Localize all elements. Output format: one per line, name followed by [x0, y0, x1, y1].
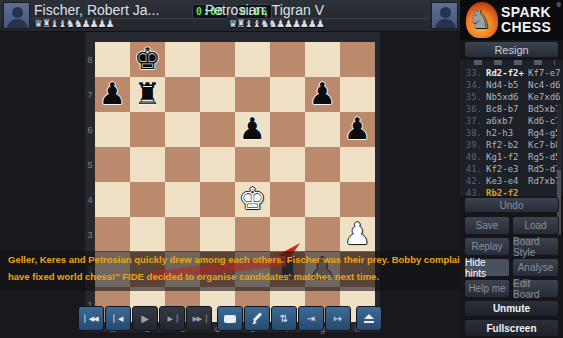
black-captured-tray: ♛♜♝♝♞♞♟♟♟♟♟♟: [228, 18, 324, 29]
rank-label-3: 3: [86, 230, 94, 240]
square-d7[interactable]: [200, 77, 235, 112]
skip-start-button[interactable]: ▏◀◀: [78, 306, 104, 331]
move-number: 33.: [460, 67, 482, 79]
square-d8[interactable]: [200, 42, 235, 77]
square-h8[interactable]: [340, 42, 375, 77]
move-number: 41.: [460, 163, 482, 175]
piece-black-pawn[interactable]: ♟: [235, 112, 270, 147]
move-row[interactable]: 37.a6xb7Kd6-c7: [460, 115, 563, 127]
rank-label-4: 4: [86, 195, 94, 205]
white-move[interactable]: Nb5xd6: [482, 91, 528, 103]
step-forward-button[interactable]: ▶▕: [159, 306, 185, 331]
square-f8[interactable]: [270, 42, 305, 77]
move-row[interactable]: 36.Bc8-b7Bd5xb7: [460, 103, 563, 115]
square-g3[interactable]: [305, 217, 340, 252]
black-move[interactable]: Kf7-e7: [528, 67, 563, 79]
piece-black-rook[interactable]: ♜: [130, 77, 165, 112]
edit-board-button[interactable]: Edit Board: [512, 279, 559, 298]
black-avatar: [431, 2, 458, 29]
square-h4[interactable]: [340, 182, 375, 217]
square-a8[interactable]: [95, 42, 130, 77]
square-b5[interactable]: [130, 147, 165, 182]
skip-end-icon: ▶▶▕: [192, 315, 205, 323]
square-c5[interactable]: [165, 147, 200, 182]
pencil-button[interactable]: [244, 306, 270, 331]
logo-text: SPARK CHESS: [501, 5, 551, 35]
hide-hints-button[interactable]: Hide hints: [464, 258, 510, 277]
move-number: 36.: [460, 103, 482, 115]
move-row[interactable]: 41.Kf2-e3Rd5-d7: [460, 163, 563, 175]
black-move[interactable]: Ke7xd6: [528, 91, 563, 103]
square-f7[interactable]: [270, 77, 305, 112]
play-button[interactable]: ▶: [132, 306, 158, 331]
piece-black-king[interactable]: ♚: [130, 42, 165, 77]
step-back-icon: ▏◀: [114, 315, 123, 323]
sign-in-button[interactable]: ⇥: [298, 306, 324, 331]
move-row[interactable]: 40.Kg1-f2Rg5-d5: [460, 151, 563, 163]
analyse-button[interactable]: Analyse: [512, 258, 559, 277]
help-me-button[interactable]: Help me: [464, 279, 510, 298]
caption-line1: Geller, Keres and Petrosian quickly drew…: [0, 251, 460, 268]
square-a3[interactable]: [95, 217, 130, 252]
eject-button[interactable]: [356, 306, 382, 331]
move-number: 39.: [460, 139, 482, 151]
move-row[interactable]: 43.Rb2-f2: [460, 187, 563, 196]
square-c3[interactable]: [165, 217, 200, 252]
move-number: 35.: [460, 91, 482, 103]
sign-out-button[interactable]: ↦: [325, 306, 351, 331]
white-move[interactable]: Nd4-b5: [482, 79, 528, 91]
black-player-name: Petrosian, Tigran V: [205, 2, 324, 18]
flip-board-button[interactable]: ⇅: [271, 306, 297, 331]
square-d5[interactable]: [200, 147, 235, 182]
white-move[interactable]: Kf2-e3: [482, 163, 528, 175]
piece-black-pawn[interactable]: ♟: [340, 112, 375, 147]
black-move[interactable]: Nc4-d6: [528, 79, 563, 91]
white-move[interactable]: Kg1-f2: [482, 151, 528, 163]
resign-button[interactable]: Resign: [464, 41, 559, 58]
square-e4[interactable]: ♚: [235, 182, 270, 217]
square-d6[interactable]: [200, 112, 235, 147]
step-back-button[interactable]: ▏◀: [105, 306, 131, 331]
move-number: 38.: [460, 127, 482, 139]
move-row[interactable]: 33.Rd2-f2+Kf7-e7: [460, 67, 563, 79]
square-f4[interactable]: [270, 182, 305, 217]
square-c7[interactable]: [165, 77, 200, 112]
rank-label-6: 6: [86, 125, 94, 135]
eject-icon: [364, 314, 374, 323]
unmute-button[interactable]: Unmute: [464, 300, 559, 317]
piece-black-pawn[interactable]: ♟: [95, 77, 130, 112]
square-h3[interactable]: ♟: [340, 217, 375, 252]
piece-black-pawn[interactable]: ♟: [305, 77, 340, 112]
square-e8[interactable]: [235, 42, 270, 77]
white-avatar: [3, 2, 30, 29]
square-b7[interactable]: ♜: [130, 77, 165, 112]
square-f5[interactable]: [270, 147, 305, 182]
chat-icon: [224, 315, 236, 323]
white-move[interactable]: Rf2-b2: [482, 139, 528, 151]
move-row[interactable]: 42.Ke3-e4Rd7xb7: [460, 175, 563, 187]
sign-out-icon: ↦: [334, 313, 342, 324]
piece-white-pawn[interactable]: ♟: [340, 217, 375, 252]
move-number: 40.: [460, 151, 482, 163]
move-number: 34.: [460, 79, 482, 91]
knight-logo-icon: ♞: [468, 6, 491, 32]
square-c4[interactable]: [165, 182, 200, 217]
square-b6[interactable]: [130, 112, 165, 147]
rank-label-5: 5: [86, 160, 94, 170]
move-list: 33.Rd2-f2+Kf7-e734.Nd4-b5Nc4-d635.Nb5xd6…: [460, 60, 563, 196]
move-row[interactable]: 35.Nb5xd6Ke7xd6: [460, 91, 563, 103]
square-b3[interactable]: [130, 217, 165, 252]
rank-label-7: 7: [86, 90, 94, 100]
move-number: 43.: [460, 187, 482, 196]
square-g6[interactable]: [305, 112, 340, 147]
square-e6[interactable]: ♟: [235, 112, 270, 147]
piece-white-king[interactable]: ♚: [235, 182, 270, 217]
move-row[interactable]: 34.Nd4-b5Nc4-d6: [460, 79, 563, 91]
square-d3[interactable]: [200, 217, 235, 252]
white-move[interactable]: Bc8-b7: [482, 103, 528, 115]
sparkchess-app: Fischer, Robert Ja... 0:00 ♛♜♝♝♞♞♟♟♟♟ 0:…: [0, 0, 563, 338]
square-h7[interactable]: [340, 77, 375, 112]
move-row[interactable]: 38.h2-h3Rg4-g5: [460, 127, 563, 139]
flip-board-icon: ⇅: [280, 313, 288, 324]
square-b8[interactable]: ♚: [130, 42, 165, 77]
square-a4[interactable]: [95, 182, 130, 217]
square-e7[interactable]: [235, 77, 270, 112]
move-row[interactable]: 39.Rf2-b2Kc7-b8: [460, 139, 563, 151]
white-move[interactable]: h2-h3: [482, 127, 528, 139]
white-move[interactable]: Rd2-f2+: [482, 67, 528, 79]
square-a6[interactable]: [95, 112, 130, 147]
square-a5[interactable]: [95, 147, 130, 182]
registered-mark: ®: [557, 2, 561, 8]
move-list-clipped-row: [468, 60, 555, 65]
white-captured-tray: ♛♜♝♝♞♞♟♟♟♟: [34, 18, 114, 29]
sign-in-icon: ⇥: [307, 313, 315, 324]
skip-end-button[interactable]: ▶▶▕: [186, 306, 212, 331]
square-e3[interactable]: [235, 217, 270, 252]
square-a7[interactable]: ♟: [95, 77, 130, 112]
pencil-icon: [251, 313, 263, 325]
square-g8[interactable]: [305, 42, 340, 77]
white-move[interactable]: a6xb7: [482, 115, 528, 127]
undo-button[interactable]: Undo: [464, 197, 559, 213]
sparkchess-logo: ♞ SPARK CHESS ®: [460, 0, 563, 40]
logo-line1: SPARK: [501, 5, 551, 20]
load-button[interactable]: Load: [512, 216, 559, 235]
caption-line2: have fixed world chess!" FIDE decided to…: [0, 268, 460, 285]
logo-line2: CHESS: [501, 20, 551, 35]
step-forward-icon: ▶▕: [168, 315, 177, 323]
square-h6[interactable]: ♟: [340, 112, 375, 147]
board-style-button[interactable]: Board Style: [512, 237, 559, 256]
fullscreen-button[interactable]: Fullscreen: [464, 319, 559, 337]
move-number: 37.: [460, 115, 482, 127]
skip-start-icon: ▏◀◀: [84, 315, 97, 323]
square-b4[interactable]: [130, 182, 165, 217]
move-number: 42.: [460, 175, 482, 187]
caption-overlay: Geller, Keres and Petrosian quickly drew…: [0, 251, 460, 291]
white-player-name: Fischer, Robert Ja...: [34, 2, 159, 18]
replay-button[interactable]: Replay: [464, 237, 510, 256]
square-e5[interactable]: [235, 147, 270, 182]
square-f6[interactable]: [270, 112, 305, 147]
player-bar: Fischer, Robert Ja... 0:00 ♛♜♝♝♞♞♟♟♟♟ 0:…: [0, 0, 460, 32]
rank-label-8: 8: [86, 55, 94, 65]
playback-toolbar: ▏◀◀▏◀▶▶▕▶▶▕⇅⇥↦: [78, 306, 383, 331]
white-move[interactable]: Ke3-e4: [482, 175, 528, 187]
square-g4[interactable]: [305, 182, 340, 217]
square-g7[interactable]: ♟: [305, 77, 340, 112]
sidebar: Resign 33.Rd2-f2+Kf7-e734.Nd4-b5Nc4-d635…: [460, 40, 563, 338]
square-d4[interactable]: [200, 182, 235, 217]
save-button[interactable]: Save: [464, 216, 510, 235]
square-g5[interactable]: [305, 147, 340, 182]
chat-button[interactable]: [217, 306, 243, 331]
square-c6[interactable]: [165, 112, 200, 147]
play-icon: ▶: [141, 313, 149, 324]
white-move[interactable]: Rb2-f2: [482, 187, 528, 196]
square-c8[interactable]: [165, 42, 200, 77]
square-h5[interactable]: [340, 147, 375, 182]
